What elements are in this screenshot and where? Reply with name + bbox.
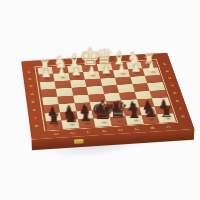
square-a8: ♜ xyxy=(157,113,176,122)
brass-hinge-icon xyxy=(188,114,190,125)
white-pawn: ♟ xyxy=(131,62,141,74)
square-e8: ♚ xyxy=(93,117,111,126)
square-f8: ♝ xyxy=(77,118,95,127)
file-label-g: G xyxy=(70,131,76,135)
black-knight: ♞ xyxy=(62,107,78,125)
black-bishop: ♝ xyxy=(77,104,95,124)
file-label-c: C xyxy=(134,127,139,131)
rank-label-2: 2 xyxy=(165,69,169,72)
board-grid: ♜♞♝♚♛♝♞♜♟♟♟♟♟♟♟♟♟♟♟♟♟♟♟♟♜♞♝♚♛♝♞♜ xyxy=(37,61,175,130)
square-g8: ♞ xyxy=(61,119,79,128)
rank-label-6: 6 xyxy=(32,108,36,111)
black-knight: ♞ xyxy=(142,102,158,120)
file-label-b: B xyxy=(150,126,155,130)
rank-label-5: 5 xyxy=(173,91,177,94)
rank-label-3: 3 xyxy=(168,77,172,80)
rank-label-1: 1 xyxy=(163,62,167,65)
brass-hinge-icon xyxy=(179,88,181,98)
file-label-a: A xyxy=(166,125,171,129)
rank-label-6: 6 xyxy=(175,99,179,102)
square-a2: ♟ xyxy=(143,68,160,76)
rank-label-8: 8 xyxy=(35,124,39,127)
rank-label-1: 1 xyxy=(27,70,31,73)
white-pawn: ♟ xyxy=(41,67,52,79)
rank-label-2: 2 xyxy=(28,78,32,81)
rank-label-4: 4 xyxy=(170,84,174,87)
photo-stage: HGFEDCBA HGFEDCBA 12345678 12345678 ♜♞♝♚… xyxy=(0,0,200,200)
white-pawn: ♟ xyxy=(116,63,126,75)
file-label-f: F xyxy=(87,130,92,134)
square-a4 xyxy=(147,82,165,90)
square-h8: ♜ xyxy=(45,120,63,129)
rank-label-5: 5 xyxy=(31,100,35,103)
box-right-side xyxy=(167,53,195,140)
black-rook: ♜ xyxy=(160,104,173,118)
file-label-h: H xyxy=(54,132,59,136)
white-pawn: ♟ xyxy=(86,65,96,77)
square-b2: ♟ xyxy=(128,69,145,77)
rank-label-3: 3 xyxy=(29,85,33,88)
rank-label-7: 7 xyxy=(178,107,182,110)
white-pawn: ♟ xyxy=(101,64,111,76)
rank-label-8: 8 xyxy=(181,115,186,118)
black-rook: ♜ xyxy=(48,112,61,127)
white-pawn: ♟ xyxy=(56,66,67,78)
square-c4 xyxy=(117,84,134,93)
white-pawn: ♟ xyxy=(71,65,81,77)
chessboard: HGFEDCBA HGFEDCBA 12345678 12345678 ♜♞♝♚… xyxy=(21,53,194,140)
file-label-d: D xyxy=(118,128,123,132)
brass-clasp-icon xyxy=(74,139,84,144)
rank-label-7: 7 xyxy=(33,116,37,119)
square-b8: ♞ xyxy=(141,114,159,123)
rank-label-4: 4 xyxy=(30,92,34,95)
file-label-e: E xyxy=(102,129,107,133)
white-pawn: ♟ xyxy=(146,61,156,73)
square-g4 xyxy=(56,88,73,97)
square-e4 xyxy=(86,86,103,95)
